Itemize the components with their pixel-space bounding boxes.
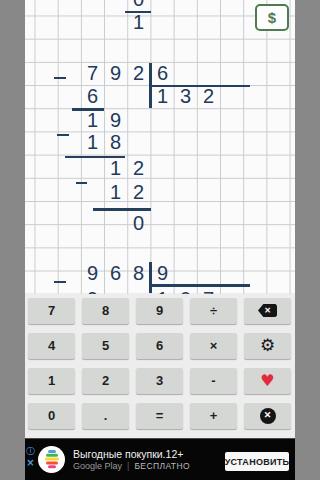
p1-step3: 18 [81,131,127,154]
above-problem-remainder: 0 [127,0,150,11]
p2-divisor: 9 [151,262,174,285]
key-7[interactable]: 7 [28,298,75,324]
p2-dividend: 968 [81,262,150,285]
google-play-label: Google Play [73,461,122,472]
p1-step1: 6 [81,85,104,108]
p1-step4: 12 [104,157,150,180]
minus-sign-p2-step1 [54,281,66,283]
app-screen: 0 1 792 6 6 132 19 18 12 12 0 968 9 9 10… [25,0,295,480]
close-icon: ✕ [260,408,276,424]
backspace-icon: ✕ [258,304,277,317]
key-settings[interactable]: ⚙ [244,333,291,359]
p1-divisor: 6 [151,62,174,85]
ad-separator: | [127,461,129,472]
dollar-icon: $ [268,9,276,26]
key-5[interactable]: 5 [82,333,129,359]
p1-step5: 12 [104,181,150,204]
ad-title: Выгодные покупки.12+ [73,448,190,461]
ad-app-logo [42,449,62,470]
keypad: 7 8 9 ÷ ✕ 4 5 6 × ⚙ 1 2 3 - ♥ 0 . = + ✕ [25,294,295,439]
key-backspace[interactable]: ✕ [244,298,291,324]
heart-icon: ♥ [260,373,274,389]
minus-sign-p1-step5 [76,182,88,184]
above-problem-digit: 1 [127,11,150,34]
p1-dividend: 792 [81,62,150,85]
coins-button[interactable]: $ [255,4,289,31]
subtraction-line-p1-3 [93,208,151,211]
p1-quotient: 132 [151,85,220,108]
ad-app-icon[interactable] [38,446,65,473]
key-6[interactable]: 6 [136,333,183,359]
ad-close-icon[interactable]: × [26,457,34,468]
ad-banner: ⓘ × Выгодные покупки.12+ Google Play | Б… [25,438,295,480]
key-4[interactable]: 4 [28,333,75,359]
p1-remainder: 0 [127,212,150,235]
minus-sign-p1-step3 [57,134,69,136]
key-0[interactable]: 0 [28,403,75,429]
install-button[interactable]: УСТАНОВИТЬ [225,452,289,471]
key-9[interactable]: 9 [136,298,183,324]
key-dot[interactable]: . [82,403,129,429]
key-close[interactable]: ✕ [244,403,291,429]
division-bracket-horizontal-p2 [149,284,250,287]
key-multiply[interactable]: × [190,333,237,359]
ad-info-icon[interactable]: ⓘ [26,446,35,457]
worksheet-grid[interactable]: 0 1 792 6 6 132 19 18 12 12 0 968 9 9 10… [25,0,295,294]
key-3[interactable]: 3 [136,368,183,394]
key-favorite[interactable]: ♥ [244,368,291,394]
key-equals[interactable]: = [136,403,183,429]
minus-sign-p1-step1 [54,77,66,79]
ad-price: БЕСПЛАТНО [134,461,190,472]
key-minus[interactable]: - [190,368,237,394]
key-8[interactable]: 8 [82,298,129,324]
gear-icon: ⚙ [260,337,275,354]
p1-step2: 19 [81,109,127,132]
key-divide[interactable]: ÷ [190,298,237,324]
key-1[interactable]: 1 [28,368,75,394]
key-2[interactable]: 2 [82,368,129,394]
key-plus[interactable]: + [190,403,237,429]
